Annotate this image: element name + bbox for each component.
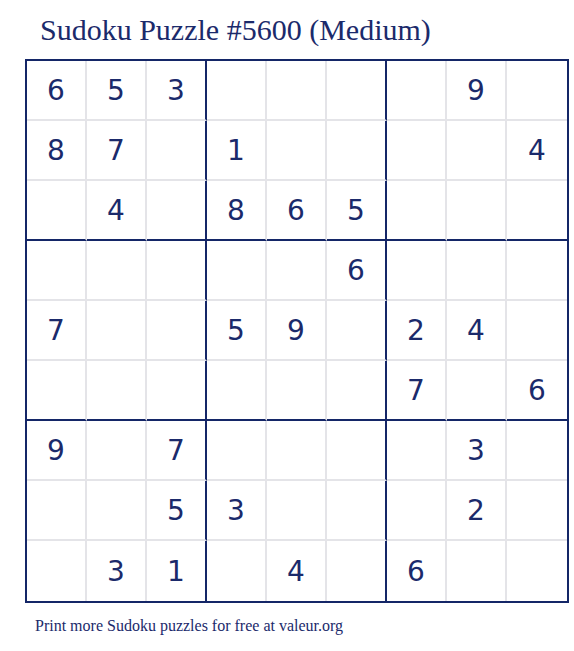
sudoku-board: 653987144865675924769735323146	[25, 59, 569, 603]
cell-r6c7[interactable]: 7	[387, 361, 447, 421]
cell-r8c4[interactable]: 3	[207, 481, 267, 541]
cell-r5c8[interactable]: 4	[447, 301, 507, 361]
cell-r7c9[interactable]	[507, 421, 567, 481]
cell-r1c4[interactable]	[207, 61, 267, 121]
cell-r3c4[interactable]: 8	[207, 181, 267, 241]
cell-r9c1[interactable]	[27, 541, 87, 601]
cell-r9c7[interactable]: 6	[387, 541, 447, 601]
cell-r3c7[interactable]	[387, 181, 447, 241]
cell-r8c1[interactable]	[27, 481, 87, 541]
cell-r7c8[interactable]: 3	[447, 421, 507, 481]
cell-r1c2[interactable]: 5	[87, 61, 147, 121]
cell-r3c1[interactable]	[27, 181, 87, 241]
cell-r9c3[interactable]: 1	[147, 541, 207, 601]
cell-r9c6[interactable]	[327, 541, 387, 601]
cell-r9c9[interactable]	[507, 541, 567, 601]
cell-r1c9[interactable]	[507, 61, 567, 121]
cell-r8c9[interactable]	[507, 481, 567, 541]
cell-r8c7[interactable]	[387, 481, 447, 541]
cell-r5c3[interactable]	[147, 301, 207, 361]
page-title: Sudoku Puzzle #5600 (Medium)	[40, 13, 431, 47]
cell-r2c1[interactable]: 8	[27, 121, 87, 181]
cell-r9c4[interactable]	[207, 541, 267, 601]
cell-r1c5[interactable]	[267, 61, 327, 121]
cell-r4c8[interactable]	[447, 241, 507, 301]
cell-r2c2[interactable]: 7	[87, 121, 147, 181]
cell-r8c3[interactable]: 5	[147, 481, 207, 541]
cell-r7c7[interactable]	[387, 421, 447, 481]
footer-note: Print more Sudoku puzzles for free at va…	[35, 617, 343, 635]
cell-r4c1[interactable]	[27, 241, 87, 301]
cell-r3c6[interactable]: 5	[327, 181, 387, 241]
cell-r7c1[interactable]: 9	[27, 421, 87, 481]
cell-r5c2[interactable]	[87, 301, 147, 361]
cell-r8c8[interactable]: 2	[447, 481, 507, 541]
cell-r5c9[interactable]	[507, 301, 567, 361]
cell-r9c8[interactable]	[447, 541, 507, 601]
cell-r9c2[interactable]: 3	[87, 541, 147, 601]
cell-r5c1[interactable]: 7	[27, 301, 87, 361]
cell-r4c3[interactable]	[147, 241, 207, 301]
cell-r6c2[interactable]	[87, 361, 147, 421]
cell-r8c6[interactable]	[327, 481, 387, 541]
cell-r1c1[interactable]: 6	[27, 61, 87, 121]
cell-r4c9[interactable]	[507, 241, 567, 301]
cell-r6c5[interactable]	[267, 361, 327, 421]
cell-r4c6[interactable]: 6	[327, 241, 387, 301]
cell-r7c2[interactable]	[87, 421, 147, 481]
cell-r5c4[interactable]: 5	[207, 301, 267, 361]
cell-r7c3[interactable]: 7	[147, 421, 207, 481]
cell-r5c7[interactable]: 2	[387, 301, 447, 361]
cell-r5c6[interactable]	[327, 301, 387, 361]
cell-r6c3[interactable]	[147, 361, 207, 421]
cell-r2c9[interactable]: 4	[507, 121, 567, 181]
cell-r3c3[interactable]	[147, 181, 207, 241]
cell-r3c2[interactable]: 4	[87, 181, 147, 241]
cell-r2c3[interactable]	[147, 121, 207, 181]
cell-r6c8[interactable]	[447, 361, 507, 421]
cell-r7c4[interactable]	[207, 421, 267, 481]
cell-r1c6[interactable]	[327, 61, 387, 121]
cell-r2c8[interactable]	[447, 121, 507, 181]
cell-r8c2[interactable]	[87, 481, 147, 541]
cell-r8c5[interactable]	[267, 481, 327, 541]
cell-r5c5[interactable]: 9	[267, 301, 327, 361]
cell-r9c5[interactable]: 4	[267, 541, 327, 601]
cell-r1c3[interactable]: 3	[147, 61, 207, 121]
sudoku-page: Sudoku Puzzle #5600 (Medium) 65398714486…	[0, 0, 574, 651]
cell-r7c6[interactable]	[327, 421, 387, 481]
cell-r3c5[interactable]: 6	[267, 181, 327, 241]
cell-r4c2[interactable]	[87, 241, 147, 301]
cell-r1c8[interactable]: 9	[447, 61, 507, 121]
cell-r4c4[interactable]	[207, 241, 267, 301]
cell-r2c7[interactable]	[387, 121, 447, 181]
cell-r4c5[interactable]	[267, 241, 327, 301]
cell-r1c7[interactable]	[387, 61, 447, 121]
cell-r6c6[interactable]	[327, 361, 387, 421]
cell-r6c1[interactable]	[27, 361, 87, 421]
cell-r3c8[interactable]	[447, 181, 507, 241]
cell-r6c4[interactable]	[207, 361, 267, 421]
cell-r3c9[interactable]	[507, 181, 567, 241]
cell-r6c9[interactable]: 6	[507, 361, 567, 421]
cell-r2c4[interactable]: 1	[207, 121, 267, 181]
cell-r4c7[interactable]	[387, 241, 447, 301]
cell-r7c5[interactable]	[267, 421, 327, 481]
cell-r2c5[interactable]	[267, 121, 327, 181]
cell-r2c6[interactable]	[327, 121, 387, 181]
